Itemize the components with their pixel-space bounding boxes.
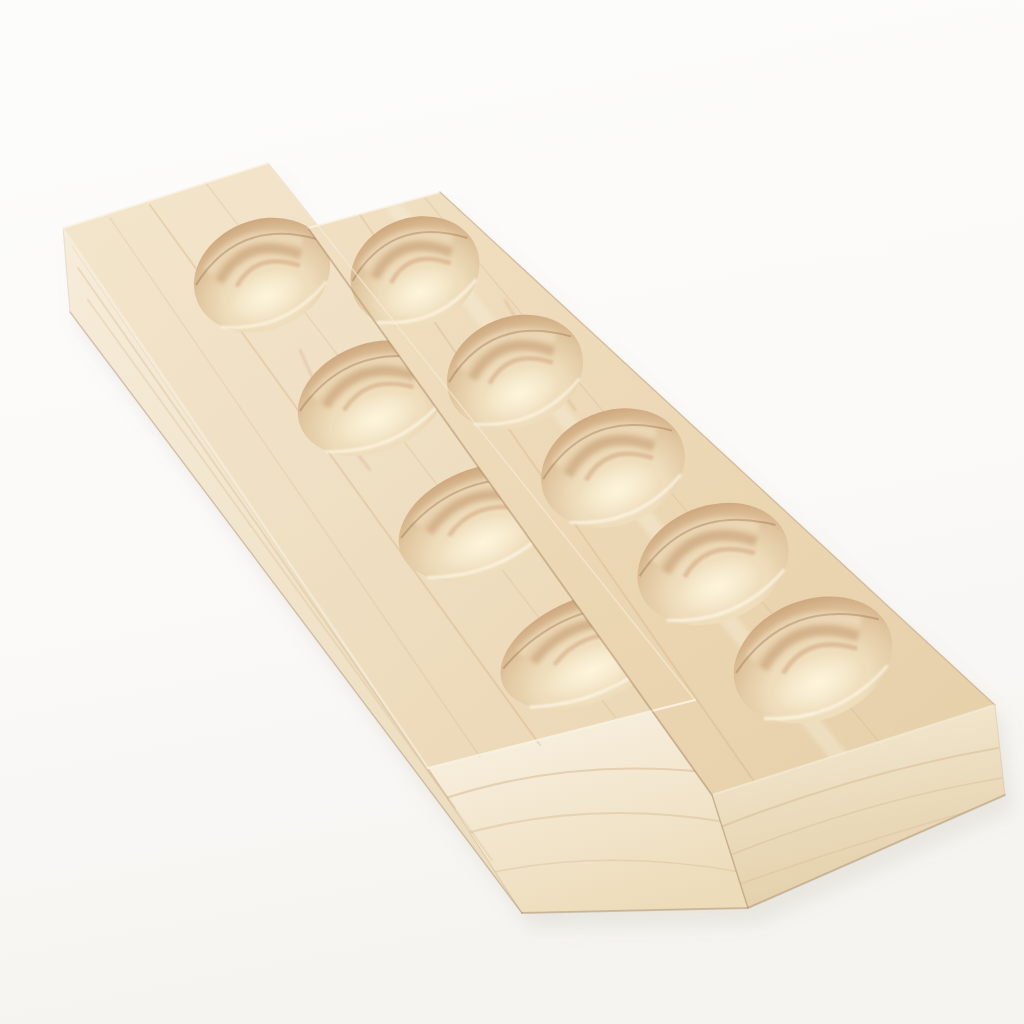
- board-photo: [0, 0, 1024, 1024]
- photo-stage: [0, 0, 1024, 1024]
